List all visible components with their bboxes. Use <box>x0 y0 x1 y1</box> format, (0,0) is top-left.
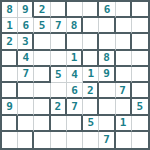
cell-r3c4[interactable] <box>51 34 67 50</box>
given-digit: 1 <box>120 117 127 128</box>
cell-r6c3[interactable] <box>34 83 50 99</box>
cell-r1c4[interactable] <box>51 2 67 18</box>
cell-r5c2[interactable]: 7 <box>18 67 34 83</box>
cell-r4c5[interactable]: 1 <box>67 51 83 67</box>
given-digit: 1 <box>6 20 13 31</box>
given-digit: 7 <box>23 68 30 79</box>
cell-r3c8[interactable] <box>116 34 132 50</box>
cell-r6c8[interactable]: 7 <box>116 83 132 99</box>
cell-r2c3[interactable]: 5 <box>34 18 50 34</box>
cell-r2c1[interactable]: 1 <box>2 18 18 34</box>
given-digit: 9 <box>22 4 29 15</box>
cell-r8c3[interactable] <box>34 116 50 132</box>
given-digit: 1 <box>71 52 78 63</box>
given-digit: 4 <box>71 69 78 80</box>
cell-r3c3[interactable] <box>34 34 50 50</box>
given-digit: 6 <box>71 85 78 96</box>
cell-r1c8[interactable] <box>116 2 132 18</box>
cell-r4c8[interactable] <box>116 51 132 67</box>
cell-r8c7[interactable] <box>99 116 115 132</box>
given-digit: 1 <box>87 68 94 79</box>
given-digit: 9 <box>6 101 13 112</box>
cell-r8c6[interactable]: 5 <box>83 116 99 132</box>
cell-r6c1[interactable] <box>2 83 18 99</box>
cell-r5c3[interactable] <box>34 67 50 83</box>
cell-r3c5[interactable] <box>67 34 83 50</box>
cell-r7c6[interactable] <box>83 99 99 115</box>
given-digit: 2 <box>54 101 61 112</box>
cell-r5c6[interactable]: 1 <box>83 67 99 83</box>
cell-r9c9[interactable] <box>132 132 148 148</box>
given-digit: 4 <box>23 52 30 63</box>
cell-r9c1[interactable] <box>2 132 18 148</box>
cell-r8c9[interactable] <box>132 116 148 132</box>
cell-r7c5[interactable]: 7 <box>67 99 83 115</box>
given-digit: 5 <box>87 117 94 128</box>
cell-r5c4[interactable]: 5 <box>51 67 67 83</box>
cell-r2c9[interactable] <box>132 18 148 34</box>
given-digit: 7 <box>55 20 62 31</box>
cell-r4c6[interactable] <box>83 51 99 67</box>
cell-r7c2[interactable] <box>18 99 34 115</box>
given-digit: 5 <box>39 20 46 31</box>
cell-r6c5[interactable]: 6 <box>67 83 83 99</box>
given-digit: 8 <box>103 52 110 63</box>
cell-r9c3[interactable] <box>34 132 50 148</box>
cell-r2c7[interactable] <box>99 18 115 34</box>
cell-r8c8[interactable]: 1 <box>116 116 132 132</box>
cell-r1c5[interactable] <box>67 2 83 18</box>
cell-r7c4[interactable]: 2 <box>51 99 67 115</box>
cell-r7c8[interactable] <box>116 99 132 115</box>
cell-r1c3[interactable]: 2 <box>34 2 50 18</box>
cell-r5c8[interactable] <box>116 67 132 83</box>
given-digit: 5 <box>55 69 62 80</box>
cell-r8c2[interactable] <box>18 116 34 132</box>
cell-r5c9[interactable] <box>132 67 148 83</box>
cell-r9c4[interactable] <box>51 132 67 148</box>
given-digit: 5 <box>137 101 144 112</box>
cell-r7c1[interactable]: 9 <box>2 99 18 115</box>
cell-r9c7[interactable]: 7 <box>99 132 115 148</box>
cell-r1c1[interactable]: 8 <box>2 2 18 18</box>
given-digit: 2 <box>39 4 46 15</box>
cell-r4c2[interactable]: 4 <box>18 51 34 67</box>
given-digit: 7 <box>103 134 110 145</box>
cell-r2c4[interactable]: 7 <box>51 18 67 34</box>
cell-r4c3[interactable] <box>34 51 50 67</box>
cell-r1c7[interactable]: 6 <box>99 2 115 18</box>
cell-r8c1[interactable] <box>2 116 18 132</box>
cell-r1c2[interactable]: 9 <box>18 2 34 18</box>
cell-r8c4[interactable] <box>51 116 67 132</box>
cell-r4c9[interactable] <box>132 51 148 67</box>
cell-r9c5[interactable] <box>67 132 83 148</box>
cell-r6c2[interactable] <box>18 83 34 99</box>
cell-r3c1[interactable]: 2 <box>2 34 18 50</box>
cell-r5c5[interactable]: 4 <box>67 67 83 83</box>
cell-r5c7[interactable]: 9 <box>99 67 115 83</box>
cell-r6c4[interactable] <box>51 83 67 99</box>
given-digit: 6 <box>23 20 30 31</box>
cell-r7c9[interactable]: 5 <box>132 99 148 115</box>
given-digit: 7 <box>119 85 126 96</box>
given-digit: 2 <box>87 85 94 96</box>
cell-r2c8[interactable] <box>116 18 132 34</box>
given-digit: 2 <box>6 36 13 47</box>
cell-r9c2[interactable] <box>18 132 34 148</box>
cell-r3c7[interactable] <box>99 34 115 50</box>
cell-r3c6[interactable] <box>83 34 99 50</box>
cell-r7c7[interactable] <box>99 99 115 115</box>
given-digit: 6 <box>104 4 111 15</box>
cell-r3c9[interactable] <box>132 34 148 50</box>
given-digit: 9 <box>103 68 110 79</box>
cell-r2c6[interactable] <box>83 18 99 34</box>
sudoku-screenshot: 89261657823418754196279275517 <box>0 0 150 150</box>
cell-r6c7[interactable] <box>99 83 115 99</box>
cell-r4c7[interactable]: 8 <box>99 51 115 67</box>
given-digit: 8 <box>71 20 78 31</box>
cell-r9c6[interactable] <box>83 132 99 148</box>
sudoku-board: 89261657823418754196279275517 <box>0 0 150 150</box>
given-digit: 3 <box>22 36 29 47</box>
cell-r1c6[interactable] <box>83 2 99 18</box>
cell-r4c4[interactable] <box>51 51 67 67</box>
cell-r2c2[interactable]: 6 <box>18 18 34 34</box>
cell-r5c1[interactable] <box>2 67 18 83</box>
cell-r7c3[interactable] <box>34 99 50 115</box>
cell-r1c9[interactable] <box>132 2 148 18</box>
given-digit: 7 <box>71 101 78 112</box>
cell-r4c1[interactable] <box>2 51 18 67</box>
cell-r2c5[interactable]: 8 <box>67 18 83 34</box>
cell-r8c5[interactable] <box>67 116 83 132</box>
cell-r6c9[interactable] <box>132 83 148 99</box>
cell-r9c8[interactable] <box>116 132 132 148</box>
cell-r6c6[interactable]: 2 <box>83 83 99 99</box>
cell-r3c2[interactable]: 3 <box>18 34 34 50</box>
given-digit: 8 <box>6 4 13 15</box>
